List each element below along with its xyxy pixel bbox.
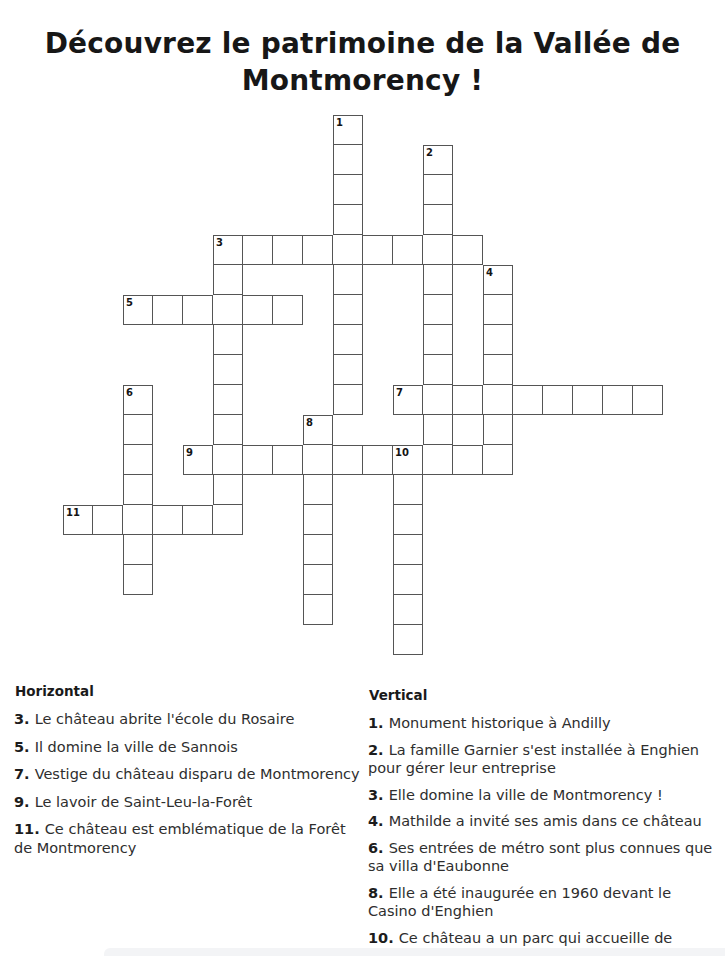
grid-void <box>483 475 513 505</box>
grid-void <box>303 385 333 415</box>
grid-void <box>543 535 573 565</box>
grid-void <box>363 205 393 235</box>
grid-void <box>483 145 513 175</box>
grid-void <box>183 475 213 505</box>
grid-void <box>273 595 303 625</box>
grid-void <box>183 235 213 265</box>
grid-void <box>423 625 453 655</box>
grid-void <box>183 565 213 595</box>
grid-void <box>393 145 423 175</box>
grid-void <box>543 565 573 595</box>
grid-cell[interactable] <box>183 295 213 325</box>
down-clues-section: Vertical 1. Monument historique à Andill… <box>368 687 722 956</box>
grid-void <box>93 415 123 445</box>
grid-cell[interactable] <box>423 265 453 295</box>
grid-void <box>513 475 543 505</box>
grid-cell[interactable]: 11 <box>63 505 93 535</box>
grid-void <box>513 535 543 565</box>
grid-cell[interactable]: 9 <box>183 445 213 475</box>
grid-cell[interactable] <box>423 325 453 355</box>
clue-number: 7 <box>396 387 403 398</box>
grid-void <box>183 595 213 625</box>
grid-cell[interactable] <box>213 415 243 445</box>
grid-void <box>63 565 93 595</box>
grid-void <box>93 205 123 235</box>
grid-cell[interactable] <box>333 265 363 295</box>
grid-void <box>513 355 543 385</box>
grid-void <box>363 415 393 445</box>
grid-void <box>603 595 633 625</box>
grid-void <box>213 175 243 205</box>
grid-void <box>393 115 423 145</box>
grid-cell[interactable] <box>483 385 513 415</box>
clue-item-number: 9. <box>14 794 35 810</box>
grid-void <box>603 325 633 355</box>
grid-void <box>153 265 183 295</box>
clue-item: 3. Le château abrite l'école du Rosaire <box>14 710 370 729</box>
grid-cell[interactable]: 7 <box>393 385 423 415</box>
grid-cell[interactable] <box>423 175 453 205</box>
clue-item-text: Le château abrite l'école du Rosaire <box>35 711 295 727</box>
grid-void <box>123 115 153 145</box>
grid-void <box>63 205 93 235</box>
clue-item-number: 3. <box>14 711 35 727</box>
grid-void <box>513 325 543 355</box>
grid-void <box>63 415 93 445</box>
grid-void <box>633 235 663 265</box>
grid-cell[interactable] <box>333 235 363 265</box>
grid-cell[interactable] <box>423 205 453 235</box>
grid-cell[interactable] <box>213 265 243 295</box>
grid-void <box>603 565 633 595</box>
grid-void <box>363 625 393 655</box>
crossword-grid[interactable]: 1234567891011 <box>63 115 663 655</box>
grid-void <box>63 145 93 175</box>
grid-void <box>453 325 483 355</box>
clue-item-number: 8. <box>368 885 389 901</box>
clue-item-text: Elle domine la ville de Montmorency ! <box>389 787 663 803</box>
grid-void <box>243 565 273 595</box>
grid-void <box>273 175 303 205</box>
across-clue-list: 3. Le château abrite l'école du Rosaire5… <box>14 710 370 857</box>
grid-void <box>63 445 93 475</box>
grid-void <box>453 535 483 565</box>
grid-void <box>273 625 303 655</box>
grid-void <box>183 385 213 415</box>
grid-void <box>483 505 513 535</box>
grid-void <box>633 265 663 295</box>
grid-cell[interactable] <box>573 385 603 415</box>
grid-void <box>603 205 633 235</box>
grid-void <box>183 415 213 445</box>
grid-cell[interactable] <box>423 235 453 265</box>
grid-cell[interactable] <box>303 235 333 265</box>
grid-cell[interactable] <box>453 445 483 475</box>
grid-void <box>633 175 663 205</box>
grid-void <box>543 625 573 655</box>
grid-void <box>483 115 513 145</box>
grid-void <box>513 175 543 205</box>
grid-void <box>153 385 183 415</box>
grid-void <box>333 475 363 505</box>
grid-void <box>93 175 123 205</box>
grid-void <box>543 475 573 505</box>
grid-void <box>243 115 273 145</box>
grid-cell[interactable] <box>213 325 243 355</box>
bottom-panel-edge <box>104 948 725 956</box>
grid-void <box>573 415 603 445</box>
grid-void <box>573 205 603 235</box>
grid-cell[interactable] <box>603 385 633 415</box>
grid-cell[interactable] <box>273 235 303 265</box>
grid-void <box>153 175 183 205</box>
grid-cell[interactable] <box>393 535 423 565</box>
grid-void <box>513 415 543 445</box>
grid-cell[interactable] <box>363 235 393 265</box>
grid-cell[interactable] <box>483 445 513 475</box>
grid-void <box>513 595 543 625</box>
grid-void <box>63 595 93 625</box>
grid-cell[interactable]: 3 <box>213 235 243 265</box>
grid-cell[interactable] <box>333 385 363 415</box>
grid-void <box>63 385 93 415</box>
grid-void <box>273 565 303 595</box>
grid-cell[interactable] <box>333 175 363 205</box>
grid-cell[interactable] <box>273 295 303 325</box>
across-header: Horizontal <box>15 683 370 699</box>
grid-cell[interactable] <box>483 295 513 325</box>
grid-cell[interactable] <box>303 595 333 625</box>
grid-cell[interactable] <box>393 505 423 535</box>
grid-void <box>123 325 153 355</box>
grid-void <box>543 595 573 625</box>
grid-cell[interactable] <box>423 415 453 445</box>
grid-void <box>93 595 123 625</box>
grid-void <box>633 115 663 145</box>
grid-void <box>273 475 303 505</box>
grid-cell[interactable] <box>333 355 363 385</box>
grid-void <box>303 205 333 235</box>
grid-void <box>303 175 333 205</box>
grid-void <box>573 535 603 565</box>
grid-void <box>243 595 273 625</box>
grid-cell[interactable] <box>303 445 333 475</box>
grid-void <box>453 415 483 445</box>
grid-cell[interactable] <box>333 145 363 175</box>
grid-void <box>363 505 393 535</box>
grid-void <box>153 595 183 625</box>
grid-void <box>63 265 93 295</box>
grid-void <box>633 415 663 445</box>
grid-void <box>543 325 573 355</box>
grid-cell[interactable] <box>213 355 243 385</box>
grid-cell[interactable] <box>123 475 153 505</box>
grid-void <box>573 505 603 535</box>
grid-void <box>183 355 213 385</box>
grid-void <box>273 505 303 535</box>
grid-void <box>633 145 663 175</box>
grid-cell[interactable] <box>303 505 333 535</box>
grid-void <box>273 205 303 235</box>
grid-void <box>273 355 303 385</box>
grid-void <box>213 145 243 175</box>
grid-void <box>363 355 393 385</box>
grid-void <box>303 265 333 295</box>
grid-void <box>543 505 573 535</box>
grid-void <box>573 325 603 355</box>
grid-void <box>483 235 513 265</box>
grid-void <box>513 235 543 265</box>
grid-cell[interactable] <box>213 505 243 535</box>
grid-void <box>243 625 273 655</box>
grid-void <box>183 145 213 175</box>
grid-cell[interactable] <box>273 445 303 475</box>
grid-cell[interactable] <box>213 445 243 475</box>
grid-cell[interactable] <box>363 445 393 475</box>
grid-void <box>123 625 153 655</box>
clue-item: 9. Le lavoir de Saint-Leu-la-Forêt <box>14 793 370 812</box>
grid-cell[interactable]: 1 <box>333 115 363 145</box>
grid-void <box>543 265 573 295</box>
grid-void <box>603 415 633 445</box>
grid-void <box>303 325 333 355</box>
clue-item: 6. Ses entrées de métro sont plus connue… <box>368 839 722 876</box>
grid-void <box>273 325 303 355</box>
grid-void <box>333 595 363 625</box>
grid-cell[interactable] <box>243 235 273 265</box>
grid-void <box>183 115 213 145</box>
grid-cell[interactable]: 8 <box>303 415 333 445</box>
grid-void <box>423 535 453 565</box>
grid-void <box>543 115 573 145</box>
clue-item-number: 3. <box>368 787 389 803</box>
grid-void <box>543 205 573 235</box>
grid-cell[interactable] <box>393 235 423 265</box>
clue-number: 9 <box>186 447 193 458</box>
page-title: Découvrez le patrimoine de la Vallée de … <box>0 25 725 99</box>
grid-void <box>573 595 603 625</box>
grid-void <box>153 565 183 595</box>
grid-void <box>423 565 453 595</box>
grid-void <box>123 235 153 265</box>
grid-void <box>93 115 123 145</box>
grid-void <box>153 535 183 565</box>
grid-cell[interactable] <box>453 385 483 415</box>
clue-item: 8. Elle a été inaugurée en 1960 devant l… <box>368 884 722 921</box>
grid-void <box>513 115 543 145</box>
grid-void <box>573 265 603 295</box>
grid-void <box>603 535 633 565</box>
grid-void <box>63 475 93 505</box>
grid-cell[interactable] <box>423 295 453 325</box>
grid-cell[interactable] <box>393 475 423 505</box>
grid-cell[interactable] <box>303 565 333 595</box>
grid-void <box>603 295 633 325</box>
grid-void <box>393 415 423 445</box>
clue-item: 11. Ce château est emblématique de la Fo… <box>14 820 370 857</box>
grid-cell[interactable]: 5 <box>123 295 153 325</box>
grid-cell[interactable] <box>123 565 153 595</box>
grid-cell[interactable] <box>123 415 153 445</box>
clue-item-number: 11. <box>14 821 45 837</box>
grid-void <box>603 145 633 175</box>
across-clues-section: Horizontal 3. Le château abrite l'école … <box>14 683 370 866</box>
grid-void <box>273 535 303 565</box>
grid-void <box>633 505 663 535</box>
grid-void <box>363 325 393 355</box>
grid-void <box>93 295 123 325</box>
down-header: Vertical <box>369 687 722 703</box>
grid-void <box>243 535 273 565</box>
grid-void <box>633 535 663 565</box>
grid-cell[interactable] <box>243 295 273 325</box>
grid-void <box>153 235 183 265</box>
grid-void <box>633 205 663 235</box>
grid-cell[interactable] <box>483 325 513 355</box>
grid-cell[interactable] <box>333 295 363 325</box>
grid-void <box>603 355 633 385</box>
grid-void <box>513 265 543 295</box>
grid-void <box>93 325 123 355</box>
grid-void <box>543 145 573 175</box>
grid-cell[interactable] <box>393 595 423 625</box>
grid-void <box>153 475 183 505</box>
grid-void <box>633 355 663 385</box>
grid-void <box>453 595 483 625</box>
clue-item-text: Elle a été inaugurée en 1960 devant le C… <box>368 885 671 920</box>
grid-void <box>303 355 333 385</box>
grid-void <box>63 625 93 655</box>
grid-cell[interactable] <box>423 385 453 415</box>
grid-void <box>243 145 273 175</box>
grid-cell[interactable]: 2 <box>423 145 453 175</box>
grid-void <box>183 175 213 205</box>
grid-cell[interactable] <box>123 535 153 565</box>
grid-void <box>63 115 93 145</box>
grid-void <box>213 115 243 145</box>
grid-cell[interactable] <box>213 295 243 325</box>
grid-void <box>453 565 483 595</box>
clue-number: 2 <box>426 147 433 158</box>
grid-void <box>393 205 423 235</box>
grid-void <box>243 475 273 505</box>
grid-cell[interactable] <box>453 235 483 265</box>
grid-cell[interactable] <box>123 445 153 475</box>
grid-void <box>273 265 303 295</box>
grid-cell[interactable] <box>483 415 513 445</box>
grid-cell[interactable] <box>213 385 243 415</box>
grid-cell[interactable] <box>633 385 663 415</box>
grid-cell[interactable] <box>393 565 423 595</box>
grid-void <box>153 325 183 355</box>
grid-void <box>483 205 513 235</box>
grid-void <box>213 535 243 565</box>
grid-void <box>243 205 273 235</box>
grid-cell[interactable] <box>303 475 333 505</box>
grid-void <box>393 355 423 385</box>
grid-void <box>513 505 543 535</box>
grid-void <box>363 115 393 145</box>
grid-cell[interactable] <box>423 445 453 475</box>
grid-cell[interactable] <box>153 505 183 535</box>
grid-void <box>573 145 603 175</box>
grid-void <box>543 235 573 265</box>
clue-item-number: 5. <box>14 739 35 755</box>
grid-void <box>603 475 633 505</box>
grid-cell[interactable] <box>243 445 273 475</box>
grid-void <box>183 325 213 355</box>
grid-cell[interactable] <box>123 505 153 535</box>
grid-void <box>243 175 273 205</box>
grid-void <box>333 415 363 445</box>
grid-cell[interactable] <box>183 505 213 535</box>
grid-cell[interactable] <box>213 475 243 505</box>
grid-void <box>393 175 423 205</box>
grid-cell[interactable]: 10 <box>393 445 423 475</box>
grid-void <box>183 625 213 655</box>
clue-item: 2. La famille Garnier s'est installée à … <box>368 741 722 778</box>
grid-void <box>63 295 93 325</box>
grid-void <box>93 445 123 475</box>
grid-void <box>273 385 303 415</box>
grid-void <box>513 205 543 235</box>
grid-void <box>573 625 603 655</box>
grid-cell[interactable] <box>513 385 543 415</box>
grid-cell[interactable] <box>333 445 363 475</box>
grid-void <box>393 325 423 355</box>
grid-cell[interactable] <box>333 205 363 235</box>
grid-cell[interactable] <box>303 535 333 565</box>
grid-void <box>123 205 153 235</box>
grid-cell[interactable] <box>153 295 183 325</box>
grid-cell[interactable] <box>543 385 573 415</box>
grid-cell[interactable] <box>483 355 513 385</box>
grid-void <box>633 625 663 655</box>
grid-void <box>63 175 93 205</box>
grid-void <box>153 145 183 175</box>
grid-cell[interactable] <box>393 625 423 655</box>
grid-void <box>153 205 183 235</box>
grid-void <box>153 625 183 655</box>
grid-cell[interactable] <box>333 325 363 355</box>
grid-void <box>513 445 543 475</box>
grid-void <box>213 205 243 235</box>
grid-void <box>213 565 243 595</box>
grid-void <box>243 415 273 445</box>
clue-item-number: 7. <box>14 766 35 782</box>
grid-cell[interactable] <box>93 505 123 535</box>
grid-void <box>153 355 183 385</box>
grid-void <box>153 115 183 145</box>
grid-void <box>213 595 243 625</box>
clue-item-number: 6. <box>368 840 389 856</box>
grid-cell[interactable]: 6 <box>123 385 153 415</box>
grid-void <box>243 265 273 295</box>
grid-void <box>423 505 453 535</box>
grid-void <box>573 115 603 145</box>
grid-void <box>573 355 603 385</box>
clue-item: 4. Mathilde a invité ses amis dans ce ch… <box>368 812 722 831</box>
grid-void <box>63 355 93 385</box>
grid-void <box>123 265 153 295</box>
grid-cell[interactable] <box>423 355 453 385</box>
grid-void <box>273 145 303 175</box>
clue-item-text: Ce château est emblématique de la Forêt … <box>14 821 346 856</box>
grid-cell[interactable]: 4 <box>483 265 513 295</box>
grid-void <box>213 625 243 655</box>
grid-void <box>483 625 513 655</box>
grid-void <box>453 505 483 535</box>
